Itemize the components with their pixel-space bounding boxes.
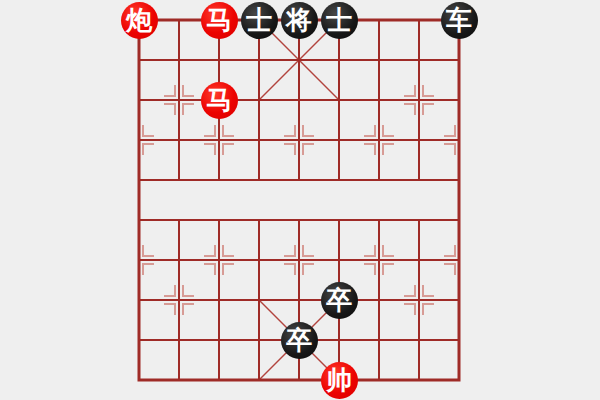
- red-horse[interactable]: 马: [201, 82, 238, 119]
- red-horse[interactable]: 马: [201, 2, 238, 39]
- xiangqi-app: 炮马士将士车马卒卒帅: [0, 0, 600, 400]
- black-chariot[interactable]: 车: [441, 2, 478, 39]
- red-general[interactable]: 帅: [321, 362, 358, 399]
- black-pawn[interactable]: 卒: [321, 282, 358, 319]
- black-advisor[interactable]: 士: [321, 2, 358, 39]
- black-general[interactable]: 将: [281, 2, 318, 39]
- black-pawn[interactable]: 卒: [281, 322, 318, 359]
- black-advisor[interactable]: 士: [241, 2, 278, 39]
- piece-grid: 炮马士将士车马卒卒帅: [119, 0, 479, 400]
- red-cannon[interactable]: 炮: [121, 2, 158, 39]
